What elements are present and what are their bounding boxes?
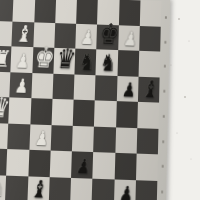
square-c8 — [139, 51, 161, 77]
frame-tick — [163, 90, 166, 93]
square-d7: ♟ — [117, 76, 139, 102]
square-f5 — [72, 125, 94, 152]
square-h7: ♟ — [114, 179, 136, 200]
square-a3 — [34, 0, 56, 23]
piece-black-knight: ♞ — [99, 51, 119, 75]
square-a8 — [140, 0, 162, 26]
square-d6 — [95, 75, 117, 101]
piece-white-pawn: ♟ — [33, 129, 50, 149]
square-g3 — [28, 150, 51, 177]
square-g4 — [50, 151, 72, 178]
square-b7: ♟ — [118, 25, 140, 51]
square-d2: ♟ — [10, 72, 32, 98]
board-squares: ♝♟♚♟♜♟♚♛♞♞♟♟♝♛♟♟♞♝♟ — [0, 0, 162, 200]
piece-black-knight: ♞ — [77, 50, 97, 74]
square-b6: ♚ — [97, 24, 119, 50]
piece-white-pawn: ♟ — [14, 77, 31, 97]
piece-black-pawn: ♟ — [75, 157, 92, 177]
square-h2 — [5, 175, 28, 200]
square-a7 — [119, 0, 141, 26]
square-e3 — [30, 98, 52, 125]
square-b1 — [0, 20, 13, 46]
square-g5: ♟ — [71, 151, 93, 178]
square-h8 — [135, 180, 157, 200]
square-b8 — [139, 26, 161, 52]
square-c2: ♟ — [11, 46, 33, 72]
square-c5: ♞ — [75, 49, 97, 75]
frame-tick — [161, 165, 164, 168]
frame-tick — [161, 190, 164, 193]
square-c3: ♚ — [32, 47, 54, 73]
square-f6 — [94, 126, 116, 153]
square-a4 — [55, 0, 77, 23]
chessboard-photo: ♝♟♚♟♜♟♚♛♞♞♟♟♝♛♟♟♞♝♟ — [0, 0, 200, 200]
square-f4 — [51, 125, 73, 152]
square-a1 — [0, 0, 14, 21]
square-h5 — [70, 177, 92, 200]
frame-tick — [162, 115, 165, 118]
square-d4 — [52, 73, 74, 99]
square-d5 — [74, 74, 96, 100]
piece-black-bishop: ♝ — [141, 78, 161, 102]
square-f2 — [7, 123, 30, 150]
square-e6 — [94, 100, 116, 127]
square-b5: ♟ — [75, 23, 97, 49]
frame-tick — [163, 65, 166, 68]
square-d8: ♝ — [138, 76, 160, 102]
square-h4 — [49, 177, 72, 200]
square-c7 — [117, 50, 139, 76]
square-a5 — [76, 0, 98, 24]
square-a2 — [13, 0, 35, 22]
piece-white-pawn: ♟ — [79, 28, 95, 48]
square-g2 — [6, 149, 29, 176]
square-e4 — [51, 99, 73, 126]
square-h3: ♝ — [27, 176, 50, 200]
piece-black-pawn: ♟ — [118, 184, 135, 200]
chess-board: ♝♟♚♟♜♟♚♛♞♞♟♟♝♛♟♟♞♝♟ — [0, 0, 171, 200]
piece-white-pawn: ♟ — [15, 52, 32, 72]
frame-tick — [165, 16, 168, 19]
square-f3: ♟ — [29, 124, 51, 151]
square-g6 — [93, 152, 115, 179]
frame-tick — [162, 140, 165, 143]
square-e8 — [137, 102, 159, 129]
square-g8 — [136, 154, 158, 181]
square-g7 — [114, 153, 136, 180]
square-f7 — [115, 127, 137, 154]
piece-black-pawn: ♟ — [121, 81, 137, 101]
piece-black-bishop: ♝ — [30, 177, 50, 200]
frame-tick-marks — [160, 5, 168, 200]
square-d3 — [31, 73, 53, 99]
square-c6: ♞ — [96, 49, 118, 75]
square-h6 — [92, 178, 114, 200]
piece-white-pawn: ♟ — [122, 30, 138, 50]
square-e7 — [116, 101, 138, 128]
square-f8 — [137, 128, 159, 155]
frame-tick — [164, 40, 167, 43]
square-b2: ♝ — [12, 21, 34, 47]
square-e2 — [9, 97, 31, 124]
piece-white-bishop: ♝ — [14, 22, 34, 46]
square-e5 — [73, 100, 95, 127]
square-c4: ♛ — [53, 48, 75, 74]
